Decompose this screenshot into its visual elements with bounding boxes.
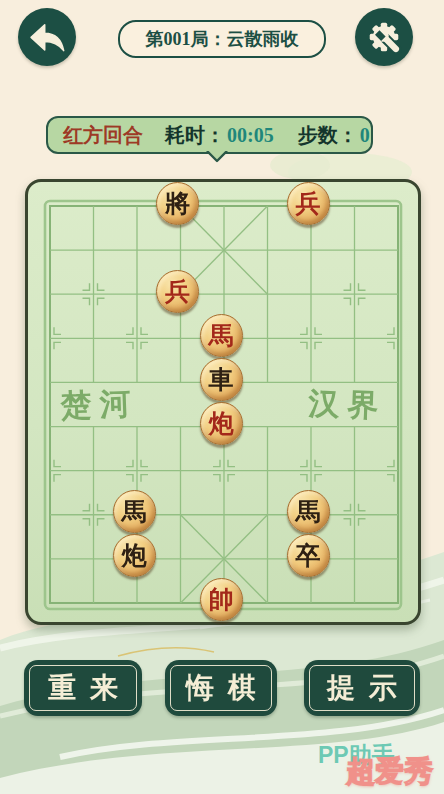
xiangqi-piece[interactable]: 兵 <box>156 270 199 313</box>
xiangqi-piece[interactable]: 炮 <box>113 534 156 577</box>
level-title-pill: 第001局：云散雨收 <box>118 20 326 58</box>
watermark-brand: 超爱秀 <box>346 752 433 792</box>
river-label-left: 楚河 <box>59 386 139 424</box>
xiangqi-piece[interactable]: 兵 <box>287 182 330 225</box>
settings-button[interactable] <box>355 8 413 66</box>
hint-button-label: 提示 <box>327 669 411 707</box>
xiangqi-piece[interactable]: 將 <box>156 182 199 225</box>
xiangqi-board[interactable]: 楚河 汉界 將兵兵馬車炮馬馬炮卒帥 <box>25 179 421 638</box>
turn-indicator: 红方回合 <box>63 122 143 149</box>
level-title: 第001局：云散雨收 <box>146 27 299 51</box>
status-bar: 红方回合 耗时： 00:05 步数： 0 <box>46 116 373 154</box>
moves-label: 步数： <box>298 122 358 149</box>
elapsed-value: 00:05 <box>227 124 274 147</box>
xiangqi-piece[interactable]: 馬 <box>287 490 330 533</box>
undo-button[interactable]: 悔棋 <box>165 660 277 716</box>
xiangqi-piece[interactable]: 炮 <box>200 402 243 445</box>
xiangqi-piece[interactable]: 馬 <box>200 314 243 357</box>
restart-button-label: 重来 <box>48 669 132 707</box>
xiangqi-piece[interactable]: 卒 <box>287 534 330 577</box>
xiangqi-piece[interactable]: 馬 <box>113 490 156 533</box>
status-pointer-icon <box>205 151 229 163</box>
elapsed-label: 耗时： <box>165 122 225 149</box>
hint-button[interactable]: 提示 <box>304 660 420 716</box>
xiangqi-piece[interactable]: 帥 <box>200 578 243 621</box>
moves-value: 0 <box>360 124 370 147</box>
gear-wrench-icon <box>361 14 407 60</box>
river-label-right: 汉界 <box>307 386 387 424</box>
back-button[interactable] <box>18 8 76 66</box>
restart-button[interactable]: 重来 <box>24 660 142 716</box>
xiangqi-piece[interactable]: 車 <box>200 358 243 401</box>
back-arrow-icon <box>25 15 69 59</box>
undo-button-label: 悔棋 <box>186 669 270 707</box>
